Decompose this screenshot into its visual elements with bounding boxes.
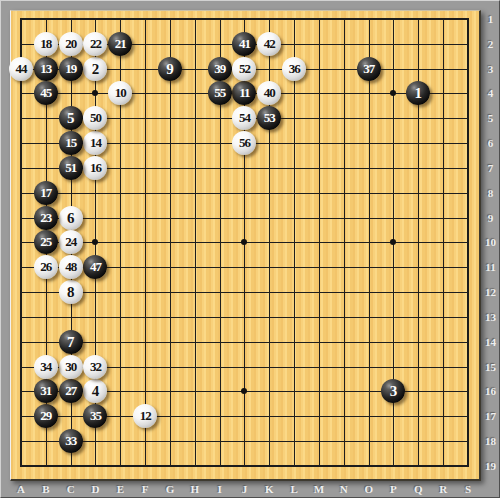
stone-27[interactable]: 27 bbox=[59, 379, 83, 403]
stone-24[interactable]: 24 bbox=[59, 230, 83, 254]
row-label: 18 bbox=[485, 435, 496, 447]
column-label: N bbox=[340, 483, 348, 495]
row-label: 2 bbox=[488, 38, 494, 50]
column-label: M bbox=[314, 483, 324, 495]
go-diagram-window: 1234567891011121314151617181920212223242… bbox=[0, 0, 500, 498]
star-point bbox=[390, 239, 396, 245]
column-label: G bbox=[166, 483, 175, 495]
stone-16[interactable]: 16 bbox=[83, 156, 107, 180]
column-label: F bbox=[142, 483, 149, 495]
row-label: 8 bbox=[488, 187, 494, 199]
column-label: K bbox=[265, 483, 274, 495]
column-label: J bbox=[242, 483, 248, 495]
row-label: 3 bbox=[488, 63, 494, 75]
row-label: 10 bbox=[485, 236, 496, 248]
stone-30[interactable]: 30 bbox=[59, 355, 83, 379]
stone-32[interactable]: 32 bbox=[83, 355, 107, 379]
stone-39[interactable]: 39 bbox=[208, 57, 232, 81]
row-label: 1 bbox=[488, 13, 494, 25]
grid-line-vertical bbox=[369, 19, 370, 466]
column-label: L bbox=[290, 483, 297, 495]
stone-35[interactable]: 35 bbox=[83, 404, 107, 428]
stone-48[interactable]: 48 bbox=[59, 255, 83, 279]
column-label: H bbox=[191, 483, 200, 495]
stone-11[interactable]: 11 bbox=[232, 81, 256, 105]
row-label: 11 bbox=[485, 261, 495, 273]
stone-51[interactable]: 51 bbox=[59, 156, 83, 180]
board-layer: 1234567891011121314151617181920212223242… bbox=[1, 1, 499, 497]
row-label: 9 bbox=[488, 212, 494, 224]
grid-line-horizontal bbox=[21, 292, 468, 293]
stone-12[interactable]: 12 bbox=[133, 404, 157, 428]
column-label: C bbox=[67, 483, 75, 495]
stone-9[interactable]: 9 bbox=[158, 57, 182, 81]
column-label: Q bbox=[414, 483, 423, 495]
stone-14[interactable]: 14 bbox=[83, 131, 107, 155]
stone-42[interactable]: 42 bbox=[257, 32, 281, 56]
stone-47[interactable]: 47 bbox=[83, 255, 107, 279]
grid-line-vertical bbox=[344, 19, 345, 466]
stone-33[interactable]: 33 bbox=[59, 429, 83, 453]
stone-41[interactable]: 41 bbox=[232, 32, 256, 56]
grid-line-vertical bbox=[319, 19, 320, 466]
stone-54[interactable]: 54 bbox=[232, 106, 256, 130]
stone-50[interactable]: 50 bbox=[83, 106, 107, 130]
grid-line-horizontal bbox=[21, 342, 468, 343]
stone-6[interactable]: 6 bbox=[59, 206, 83, 230]
stone-40[interactable]: 40 bbox=[257, 81, 281, 105]
row-label: 17 bbox=[485, 410, 496, 422]
column-label: B bbox=[42, 483, 49, 495]
stone-37[interactable]: 37 bbox=[357, 57, 381, 81]
column-label: O bbox=[364, 483, 373, 495]
row-label: 4 bbox=[488, 87, 494, 99]
column-label: I bbox=[218, 483, 222, 495]
stone-25[interactable]: 25 bbox=[34, 230, 58, 254]
grid-line-horizontal bbox=[21, 317, 468, 318]
stone-56[interactable]: 56 bbox=[232, 131, 256, 155]
stone-34[interactable]: 34 bbox=[34, 355, 58, 379]
stone-52[interactable]: 52 bbox=[232, 57, 256, 81]
column-label: D bbox=[92, 483, 100, 495]
stone-20[interactable]: 20 bbox=[59, 32, 83, 56]
row-label: 14 bbox=[485, 336, 496, 348]
stone-13[interactable]: 13 bbox=[34, 57, 58, 81]
column-label: E bbox=[117, 483, 124, 495]
star-point bbox=[92, 90, 98, 96]
row-label: 13 bbox=[485, 311, 496, 323]
column-label: A bbox=[17, 483, 25, 495]
stone-18[interactable]: 18 bbox=[34, 32, 58, 56]
stone-55[interactable]: 55 bbox=[208, 81, 232, 105]
row-label: 5 bbox=[488, 112, 494, 124]
star-point bbox=[241, 239, 247, 245]
row-label: 15 bbox=[485, 361, 496, 373]
column-label: S bbox=[465, 483, 471, 495]
stone-5[interactable]: 5 bbox=[59, 106, 83, 130]
row-label: 16 bbox=[485, 385, 496, 397]
stone-7[interactable]: 7 bbox=[59, 330, 83, 354]
stone-1[interactable]: 1 bbox=[406, 81, 430, 105]
stone-29[interactable]: 29 bbox=[34, 404, 58, 428]
stone-4[interactable]: 4 bbox=[83, 379, 107, 403]
column-label: R bbox=[439, 483, 447, 495]
stone-23[interactable]: 23 bbox=[34, 206, 58, 230]
stone-36[interactable]: 36 bbox=[282, 57, 306, 81]
stone-19[interactable]: 19 bbox=[59, 57, 83, 81]
stone-22[interactable]: 22 bbox=[83, 32, 107, 56]
stone-45[interactable]: 45 bbox=[34, 81, 58, 105]
grid-line-vertical bbox=[294, 19, 295, 466]
stone-44[interactable]: 44 bbox=[9, 57, 33, 81]
stone-2[interactable]: 2 bbox=[83, 57, 107, 81]
stone-3[interactable]: 3 bbox=[381, 379, 405, 403]
star-point bbox=[92, 239, 98, 245]
stone-53[interactable]: 53 bbox=[257, 106, 281, 130]
stone-10[interactable]: 10 bbox=[108, 81, 132, 105]
star-point bbox=[390, 90, 396, 96]
column-label: P bbox=[390, 483, 397, 495]
stone-21[interactable]: 21 bbox=[108, 32, 132, 56]
row-label: 19 bbox=[485, 460, 496, 472]
row-label: 12 bbox=[485, 286, 496, 298]
row-label: 6 bbox=[488, 137, 494, 149]
stone-15[interactable]: 15 bbox=[59, 131, 83, 155]
row-label: 7 bbox=[488, 162, 494, 174]
grid-line-horizontal bbox=[21, 441, 468, 442]
stone-26[interactable]: 26 bbox=[34, 255, 58, 279]
star-point bbox=[241, 388, 247, 394]
stone-17[interactable]: 17 bbox=[34, 181, 58, 205]
stone-31[interactable]: 31 bbox=[34, 379, 58, 403]
stone-8[interactable]: 8 bbox=[59, 280, 83, 304]
grid-line-vertical bbox=[443, 19, 444, 466]
